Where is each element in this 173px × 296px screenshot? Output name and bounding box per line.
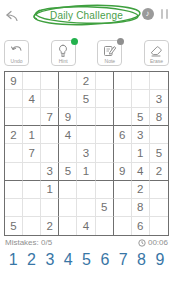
cell-r8c1[interactable] bbox=[5, 199, 23, 217]
lightbulb-icon bbox=[58, 44, 69, 58]
cell-r1c5[interactable]: 2 bbox=[77, 72, 95, 90]
numpad-9[interactable]: 9 bbox=[151, 250, 169, 270]
cell-r6c7[interactable]: 9 bbox=[114, 163, 132, 181]
cell-r9c4[interactable] bbox=[59, 217, 77, 235]
cell-r4c3[interactable] bbox=[41, 126, 59, 144]
numpad-1[interactable]: 1 bbox=[4, 250, 22, 270]
note-badge bbox=[117, 38, 124, 45]
cell-r6c1[interactable] bbox=[5, 163, 23, 181]
undo-button[interactable]: Undo bbox=[4, 40, 29, 66]
cell-r7c2[interactable] bbox=[23, 181, 41, 199]
cell-r8c3[interactable] bbox=[41, 199, 59, 217]
cell-r5c5[interactable]: 3 bbox=[77, 144, 95, 162]
hint-label: Hint bbox=[59, 57, 68, 65]
page-title-wrap: Daily Challenge bbox=[35, 6, 139, 24]
cell-r4c7[interactable]: 6 bbox=[114, 126, 132, 144]
cell-r3c4[interactable]: 9 bbox=[59, 108, 77, 126]
cell-r6c6[interactable] bbox=[96, 163, 114, 181]
cell-r1c1[interactable]: 9 bbox=[5, 72, 23, 90]
numpad-3[interactable]: 3 bbox=[41, 250, 59, 270]
sudoku-grid: 92453795821463731535194212585246 bbox=[4, 71, 169, 236]
cell-r3c3[interactable]: 7 bbox=[41, 108, 59, 126]
cell-r1c6[interactable] bbox=[96, 72, 114, 90]
cell-r1c4[interactable] bbox=[59, 72, 77, 90]
cell-r6c4[interactable]: 5 bbox=[59, 163, 77, 181]
cell-r1c7[interactable] bbox=[114, 72, 132, 90]
cell-r6c2[interactable] bbox=[23, 163, 41, 181]
cell-r7c1[interactable] bbox=[5, 181, 23, 199]
cell-r8c9[interactable] bbox=[150, 199, 168, 217]
numpad-7[interactable]: 7 bbox=[114, 250, 132, 270]
sudoku-app: Daily Challenge ♪ Undo Hint bbox=[0, 0, 173, 296]
cell-r5c2[interactable]: 7 bbox=[23, 144, 41, 162]
cell-r7c9[interactable] bbox=[150, 181, 168, 199]
page-title: Daily Challenge bbox=[50, 10, 123, 21]
cell-r4c4[interactable]: 4 bbox=[59, 126, 77, 144]
cell-r2c3[interactable] bbox=[41, 90, 59, 108]
cell-r9c3[interactable]: 2 bbox=[41, 217, 59, 235]
hint-button[interactable]: Hint bbox=[51, 40, 76, 66]
cell-r6c8[interactable]: 4 bbox=[132, 163, 150, 181]
cell-r5c4[interactable] bbox=[59, 144, 77, 162]
cell-r3c8[interactable]: 5 bbox=[132, 108, 150, 126]
cell-r5c9[interactable]: 5 bbox=[150, 144, 168, 162]
cell-r2c5[interactable]: 5 bbox=[77, 90, 95, 108]
cell-r4c6[interactable] bbox=[96, 126, 114, 144]
cell-r9c2[interactable] bbox=[23, 217, 41, 235]
numpad: 123456789 bbox=[4, 250, 169, 270]
cell-r8c7[interactable] bbox=[114, 199, 132, 217]
cell-r2c7[interactable] bbox=[114, 90, 132, 108]
cell-r2c2[interactable]: 4 bbox=[23, 90, 41, 108]
note-button[interactable]: Note bbox=[97, 40, 122, 66]
cell-r3c7[interactable] bbox=[114, 108, 132, 126]
undo-arrow-icon bbox=[10, 44, 23, 55]
clock-icon bbox=[138, 239, 146, 247]
cell-r3c9[interactable]: 8 bbox=[150, 108, 168, 126]
header: Daily Challenge ♪ bbox=[0, 3, 173, 25]
pause-icon[interactable] bbox=[161, 9, 169, 19]
cell-r2c9[interactable]: 3 bbox=[150, 90, 168, 108]
numpad-6[interactable]: 6 bbox=[96, 250, 114, 270]
cell-r2c8[interactable] bbox=[132, 90, 150, 108]
cell-r8c8[interactable]: 8 bbox=[132, 199, 150, 217]
cell-r1c2[interactable] bbox=[23, 72, 41, 90]
back-arrow-icon bbox=[5, 10, 19, 22]
cell-r2c4[interactable] bbox=[59, 90, 77, 108]
cell-r7c6[interactable] bbox=[96, 181, 114, 199]
cell-r4c9[interactable] bbox=[150, 126, 168, 144]
cell-r7c5[interactable] bbox=[77, 181, 95, 199]
cell-r6c9[interactable]: 2 bbox=[150, 163, 168, 181]
cell-r5c7[interactable] bbox=[114, 144, 132, 162]
mistakes-counter: Mistakes: 0/5 bbox=[5, 238, 52, 247]
timer-value: 00:06 bbox=[148, 238, 168, 247]
erase-button[interactable]: Erase bbox=[144, 40, 169, 66]
cell-r1c8[interactable] bbox=[132, 72, 150, 90]
cell-r5c3[interactable] bbox=[41, 144, 59, 162]
status-bar: Mistakes: 0/5 00:06 bbox=[5, 238, 168, 247]
cell-r4c5[interactable] bbox=[77, 126, 95, 144]
cell-r8c6[interactable]: 5 bbox=[96, 199, 114, 217]
hint-badge bbox=[71, 38, 78, 45]
undo-label: Undo bbox=[11, 57, 23, 65]
numpad-5[interactable]: 5 bbox=[77, 250, 95, 270]
cell-r4c1[interactable]: 2 bbox=[5, 126, 23, 144]
cell-r9c9[interactable] bbox=[150, 217, 168, 235]
cell-r5c6[interactable] bbox=[96, 144, 114, 162]
cell-r6c5[interactable]: 1 bbox=[77, 163, 95, 181]
toolbar: Undo Hint Note Erase bbox=[4, 40, 169, 67]
numpad-4[interactable]: 4 bbox=[59, 250, 77, 270]
cell-r7c7[interactable] bbox=[114, 181, 132, 199]
cell-r4c2[interactable]: 1 bbox=[23, 126, 41, 144]
cell-r1c9[interactable] bbox=[150, 72, 168, 90]
header-icons: ♪ bbox=[142, 8, 169, 20]
cell-r4c8[interactable]: 3 bbox=[132, 126, 150, 144]
numpad-8[interactable]: 8 bbox=[132, 250, 150, 270]
timer: 00:06 bbox=[138, 238, 168, 247]
cell-r5c1[interactable] bbox=[5, 144, 23, 162]
cell-r3c1[interactable] bbox=[5, 108, 23, 126]
numpad-2[interactable]: 2 bbox=[22, 250, 40, 270]
cell-r6c3[interactable]: 3 bbox=[41, 163, 59, 181]
cell-r9c1[interactable]: 5 bbox=[5, 217, 23, 235]
cell-r7c3[interactable]: 1 bbox=[41, 181, 59, 199]
eraser-icon bbox=[150, 44, 163, 57]
cell-r7c4[interactable] bbox=[59, 181, 77, 199]
music-note-icon[interactable]: ♪ bbox=[142, 8, 154, 20]
cell-r2c6[interactable] bbox=[96, 90, 114, 108]
cell-r3c2[interactable] bbox=[23, 108, 41, 126]
cell-r3c6[interactable] bbox=[96, 108, 114, 126]
cell-r9c7[interactable] bbox=[114, 217, 132, 235]
cell-r7c8[interactable]: 2 bbox=[132, 181, 150, 199]
cell-r8c5[interactable] bbox=[77, 199, 95, 217]
cell-r3c5[interactable] bbox=[77, 108, 95, 126]
cell-r8c2[interactable] bbox=[23, 199, 41, 217]
cell-r9c6[interactable] bbox=[96, 217, 114, 235]
back-button[interactable] bbox=[5, 8, 19, 20]
cell-r2c1[interactable] bbox=[5, 90, 23, 108]
note-label: Note bbox=[105, 57, 116, 65]
cell-r5c8[interactable]: 1 bbox=[132, 144, 150, 162]
erase-label: Erase bbox=[150, 57, 163, 65]
cell-r1c3[interactable] bbox=[41, 72, 59, 90]
cell-r9c5[interactable]: 4 bbox=[77, 217, 95, 235]
pencil-note-icon bbox=[103, 44, 117, 57]
cell-r9c8[interactable]: 6 bbox=[132, 217, 150, 235]
cell-r8c4[interactable] bbox=[59, 199, 77, 217]
